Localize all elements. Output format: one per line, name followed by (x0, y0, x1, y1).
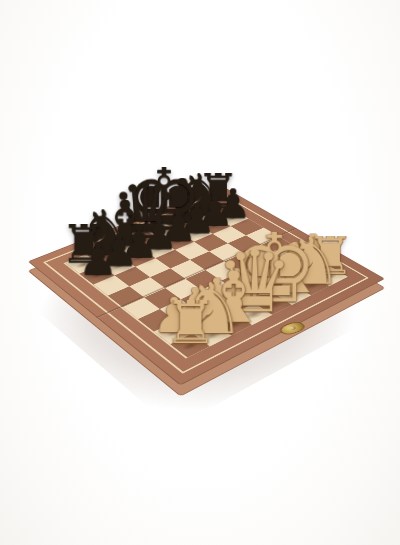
piece-contact-shadow (163, 327, 183, 338)
square-h1: ♜ (312, 266, 348, 286)
piece-contact-shadow (280, 288, 304, 301)
piece-black-knight-g8: ♞ (142, 173, 260, 217)
piece-contact-shadow (149, 245, 167, 254)
piece-contact-shadow (206, 307, 225, 318)
piece-contact-shadow (199, 327, 225, 342)
piece-contact-shadow (88, 270, 107, 280)
piece-contact-shadow (224, 214, 241, 222)
piece-contact-shadow (206, 221, 223, 229)
board-surface: ♜♞♝♛♚♝♞♜♟♟♟♟♟♟♟♟♟♟♟♟♟♟♟♟♜♞♝♛♚♝♞♜ (28, 186, 385, 386)
piece-contact-shadow (247, 288, 266, 298)
square-c6 (135, 258, 170, 277)
piece-contact-shadow (109, 261, 127, 270)
piece-contact-shadow (73, 259, 94, 270)
piece-contact-shadow (285, 270, 303, 279)
product-photo: ♜♞♝♛♚♝♞♜♟♟♟♟♟♟♟♟♟♟♟♟♟♟♟♟♜♞♝♛♚♝♞♜ (0, 0, 400, 545)
chess-board: ♜♞♝♛♚♝♞♜♟♟♟♟♟♟♟♟♟♟♟♟♟♟♟♟♜♞♝♛♚♝♞♜ (28, 186, 385, 386)
piece-contact-shadow (220, 317, 246, 332)
brass-ring-icon (136, 213, 148, 228)
piece-contact-shadow (266, 278, 284, 288)
square-f3 (241, 263, 276, 282)
piece-black-rook-h8: ♜ (160, 173, 277, 210)
piece-contact-shadow (188, 229, 205, 237)
scene: ♜♞♝♛♚♝♞♜♟♟♟♟♟♟♟♟♟♟♟♟♟♟♟♟♜♞♝♛♚♝♞♜ (0, 0, 400, 545)
square-c5 (150, 268, 186, 288)
piece-contact-shadow (129, 253, 147, 262)
square-d6 (156, 250, 190, 269)
piece-contact-shadow (185, 317, 205, 328)
piece-contact-shadow (258, 296, 288, 313)
piece-contact-shadow (169, 237, 186, 246)
piece-contact-shadow (319, 271, 340, 282)
piece-contact-shadow (227, 297, 246, 307)
piece-contact-shadow (178, 339, 202, 353)
piece-contact-shadow (303, 261, 321, 270)
piece-contact-shadow (113, 242, 136, 254)
